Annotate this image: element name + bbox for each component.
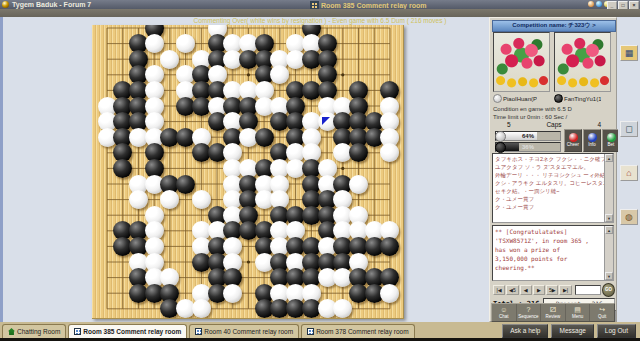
side-icon-strip: ▦◻⌂◍ [618, 17, 640, 322]
white-rate-bar[interactable]: 64% [495, 131, 561, 141]
move-number-input[interactable] [575, 285, 601, 295]
review-button[interactable]: ⚂Review [541, 304, 566, 321]
go-board[interactable] [92, 25, 404, 319]
menu-icon: ▤ [574, 306, 581, 314]
black-player-name: FanTingYu1(1 [564, 96, 601, 102]
app-icon [2, 1, 9, 8]
info-icon [588, 133, 597, 142]
black-player-photo [554, 32, 611, 92]
button-label: Quit [598, 314, 606, 319]
chat-message: タフキホス・チヨ2ネク フクシ・・ニク確フ ヌ [495, 155, 604, 163]
black-stone [176, 175, 195, 194]
button-label: Sequence [518, 314, 538, 319]
shop-bag-icon[interactable]: ◍ [620, 209, 638, 225]
nav-button-5[interactable]: ▶| [559, 285, 571, 295]
quit-button[interactable]: ↪Quit [590, 304, 614, 321]
window-title: Tygem Baduk - Forum 7 [12, 1, 91, 8]
chat-message: クシ・アラキク エルタスリ。コヒーレスタエマエル。 [495, 179, 604, 187]
roses-image [494, 33, 549, 91]
white-stone [160, 50, 179, 69]
tab-label: Chatting Room [17, 328, 60, 335]
black-stone [113, 159, 132, 178]
room-title-text: Room 385 Comment relay room [321, 2, 426, 9]
tab-room-378-comment-relay-room[interactable]: Room 378 Comment relay room [301, 324, 414, 338]
chat-message: 外輪ヂーリ ・・・ リチヨシクシュ ーィ外結マア [495, 171, 604, 179]
cheer-button[interactable]: Cheer [564, 129, 582, 152]
black-captures: 4 [597, 121, 601, 128]
action-buttons: CheerInfoBet [564, 129, 620, 152]
white-stone [192, 299, 211, 318]
board-icon [307, 328, 314, 335]
window-left-border [0, 17, 3, 322]
white-stone-icon [493, 94, 502, 103]
ask-a-help-button[interactable]: Ask a help [502, 324, 548, 338]
chat-message: ユアクタフ ソ・ラ ヌ'スタエマエル。 [495, 163, 604, 171]
black-rate-knob[interactable] [495, 142, 506, 153]
white-player-photo [493, 32, 550, 92]
tab-room-385-comment-relay-room[interactable]: Room 385 Comment relay room [68, 324, 187, 338]
app-window: Tygem Baduk - Forum 7 Room 385 Comment r… [0, 0, 640, 341]
home-icon[interactable]: ⌂ [620, 165, 638, 181]
chat-icon: ☺ [500, 306, 507, 314]
lecture-tv-icon[interactable]: ◻ [620, 121, 638, 137]
chat-scrollbar[interactable]: ▲ ▼ [604, 154, 613, 222]
nav-button-0[interactable]: |◀ [493, 285, 505, 295]
bet-icon [607, 133, 616, 142]
time-limit-line: Time limit ur 0min : 60 Sec / [493, 114, 615, 120]
chat-button[interactable]: ☺Chat [492, 304, 517, 321]
title-bar[interactable]: Tygem Baduk - Forum 7 Room 385 Comment r… [0, 0, 640, 9]
white-rate-knob[interactable] [495, 131, 506, 142]
tab-label: Room 385 Comment relay room [83, 328, 181, 335]
announcement-line: 3,150,000 points for [495, 254, 604, 263]
chat-lines: タフキホス・チヨ2ネク フクシ・・ニク確フ ヌユアクタフ ソ・ラ ヌ'スタエマエ… [495, 155, 604, 211]
announcement-line: 'TSXW8571Z', in room 365 , [495, 236, 604, 245]
chat-message: ク・ユメー賞フ [495, 203, 604, 211]
move-navigation: |◀◀5◀▶5▶▶|GO [493, 284, 615, 295]
sequence-icon: ? [526, 306, 530, 314]
footer-buttons: Ask a helpMessageLog Out [502, 324, 636, 338]
tab-label: Room 40 Comment relay room [204, 328, 293, 335]
white-captures: 5 [507, 121, 511, 128]
games-board-icon[interactable]: ▦ [620, 45, 638, 61]
nav-button-4[interactable]: 5▶ [546, 285, 558, 295]
star-point [247, 260, 250, 263]
board-icon [74, 328, 81, 335]
tray-icon-2[interactable] [596, 1, 602, 7]
white-stone [192, 190, 211, 209]
chat-message: ク・ユメー賞フ [495, 195, 604, 203]
last-move-marker [322, 117, 330, 125]
review-icon: ⚂ [550, 306, 556, 314]
condition-line: Condition en game with 6.5 D [493, 106, 615, 112]
announcement-line: has won a prize of [495, 245, 604, 254]
announcement-line: ** [Congratulatates] [495, 227, 604, 236]
competition-name: Competition name: チ323ウ > [492, 20, 616, 32]
chat-message: セキク結。・ー潤シリ縺~ [495, 187, 604, 195]
white-player-name: PiaoIHuan(P [503, 96, 537, 102]
captures-row: 5 Caps 4 [493, 121, 615, 128]
go-button[interactable]: GO [602, 283, 615, 297]
board-icon [195, 328, 202, 335]
announcement-scrollbar[interactable]: ▲ ▼ [604, 226, 613, 280]
cheer-icon [569, 133, 578, 142]
white-stone [129, 190, 148, 209]
scroll-down-icon[interactable]: ▼ [605, 272, 613, 280]
black-rate-bar[interactable]: 36% [495, 142, 561, 152]
tab-room-40-comment-relay-room[interactable]: Room 40 Comment relay room [189, 324, 299, 338]
star-point [341, 167, 344, 170]
sequence-button[interactable]: ?Sequence [517, 304, 542, 321]
announcement-box[interactable]: ** [Congratulatates]'TSXW8571Z', in room… [492, 225, 614, 281]
black-player-row: FanTingYu1(1 [554, 94, 614, 103]
info-button[interactable]: Info [583, 129, 601, 152]
white-stone [145, 34, 164, 53]
status-bar: Commenting Over( white wins by resignati… [0, 9, 640, 17]
game-status-text: Commenting Over( white wins by resignati… [194, 17, 447, 24]
menu-button[interactable]: ▤Menu [566, 304, 591, 321]
button-label: Bet [608, 143, 615, 148]
star-point [341, 73, 344, 76]
white-player-row: PiaoIHuan(P [493, 94, 553, 103]
nav-button-1[interactable]: ◀5 [506, 285, 518, 295]
black-stone [255, 128, 274, 147]
button-label: Chat [499, 314, 509, 319]
button-label: Review [546, 314, 561, 319]
tab-chatting-room[interactable]: Chatting Room [2, 324, 66, 338]
star-point [247, 73, 250, 76]
log-out-button[interactable]: Log Out [597, 324, 636, 338]
black-stone-icon [554, 94, 563, 103]
nav-button-3[interactable]: ▶ [533, 285, 545, 295]
white-stone [223, 284, 242, 303]
scroll-down-icon[interactable]: ▼ [605, 214, 613, 222]
roses-image [555, 33, 610, 91]
nav-button-2[interactable]: ◀ [520, 285, 532, 295]
button-label: Info [588, 143, 596, 148]
button-label: Menu [572, 314, 583, 319]
captures-label: Caps [546, 121, 561, 128]
message-button[interactable]: Message [551, 324, 593, 338]
white-stone [349, 175, 368, 194]
scroll-up-icon[interactable]: ▲ [605, 226, 613, 234]
game-info-panel: Competition name: チ323ウ > PiaoIHuan(P Fa… [489, 17, 617, 322]
scroll-up-icon[interactable]: ▲ [605, 154, 613, 162]
announcement-line: cheering.** [495, 263, 604, 272]
tray-icon-1[interactable] [588, 1, 594, 7]
tab-label: Room 378 Comment relay room [316, 328, 408, 335]
announcement-lines: ** [Congratulatates]'TSXW8571Z', in room… [495, 227, 604, 272]
panel-toolbar: ☺Chat?Sequence⚂Review▤Menu↪Quit [491, 303, 615, 322]
quit-icon: ↪ [599, 306, 605, 314]
button-label: Cheer [567, 143, 579, 148]
chat-log[interactable]: タフキホス・チヨ2ネク フクシ・・ニク確フ ヌユアクタフ ソ・ラ ヌ'スタエマエ… [492, 153, 614, 223]
house-icon [8, 328, 15, 335]
